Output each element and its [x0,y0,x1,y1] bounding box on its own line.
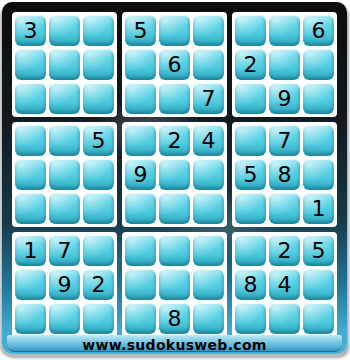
cell-r4c4[interactable] [125,125,156,156]
box-3: 629 [232,12,337,117]
cell-r6c4[interactable] [125,193,156,224]
cell-r7c6[interactable] [193,235,224,266]
cell-r8c2[interactable]: 9 [49,269,80,300]
cell-r2c2[interactable] [49,49,80,80]
cell-r9c7[interactable] [235,303,266,334]
box-1: 3 [12,12,117,117]
cell-r2c6[interactable] [193,49,224,80]
cell-r5c1[interactable] [15,159,46,190]
box-8: 8 [122,232,227,337]
cell-r9c5[interactable]: 8 [159,303,190,334]
cell-r4c2[interactable] [49,125,80,156]
cell-r8c9[interactable] [303,269,334,300]
cell-r1c6[interactable] [193,15,224,46]
cell-r4c1[interactable] [15,125,46,156]
cell-r1c4[interactable]: 5 [125,15,156,46]
cell-r1c7[interactable] [235,15,266,46]
cell-r8c7[interactable]: 8 [235,269,266,300]
cell-r2c7[interactable]: 2 [235,49,266,80]
cell-r9c2[interactable] [49,303,80,334]
cell-r1c1[interactable]: 3 [15,15,46,46]
cell-r3c4[interactable] [125,83,156,114]
cell-r2c5[interactable]: 6 [159,49,190,80]
cell-r7c1[interactable]: 1 [15,235,46,266]
cell-r3c7[interactable] [235,83,266,114]
cell-r2c8[interactable] [269,49,300,80]
cell-r7c9[interactable]: 5 [303,235,334,266]
cell-r7c8[interactable]: 2 [269,235,300,266]
cell-r8c8[interactable]: 4 [269,269,300,300]
box-2: 567 [122,12,227,117]
box-5: 249 [122,122,227,227]
footer-band: www.sudokusweb.com [7,335,342,352]
cell-r2c3[interactable] [83,49,114,80]
cell-r3c6[interactable]: 7 [193,83,224,114]
cell-r8c5[interactable] [159,269,190,300]
page-root: { "game": "sudoku", "grid_size": 9, "pos… [0,0,350,360]
cell-r5c8[interactable]: 8 [269,159,300,190]
cell-r4c9[interactable] [303,125,334,156]
box-6: 7581 [232,122,337,227]
cell-r7c4[interactable] [125,235,156,266]
cell-r7c3[interactable] [83,235,114,266]
site-label: www.sudokusweb.com [82,337,266,353]
cell-r1c3[interactable] [83,15,114,46]
cell-r1c9[interactable]: 6 [303,15,334,46]
cell-r5c4[interactable]: 9 [125,159,156,190]
cell-r9c3[interactable] [83,303,114,334]
cell-r4c8[interactable]: 7 [269,125,300,156]
cell-r7c7[interactable] [235,235,266,266]
cell-r6c7[interactable] [235,193,266,224]
cell-r5c9[interactable] [303,159,334,190]
cell-r3c2[interactable] [49,83,80,114]
cell-r2c9[interactable] [303,49,334,80]
box-9: 2584 [232,232,337,337]
cell-r6c1[interactable] [15,193,46,224]
cell-r5c2[interactable] [49,159,80,190]
cell-r9c6[interactable] [193,303,224,334]
cell-r5c6[interactable] [193,159,224,190]
cell-r6c9[interactable]: 1 [303,193,334,224]
cell-r8c6[interactable] [193,269,224,300]
cell-r5c7[interactable]: 5 [235,159,266,190]
sudoku-board: 356762952497581179282584 [12,12,337,337]
cell-r8c3[interactable]: 2 [83,269,114,300]
cell-r3c9[interactable] [303,83,334,114]
cell-r3c5[interactable] [159,83,190,114]
cell-r2c1[interactable] [15,49,46,80]
cell-r6c2[interactable] [49,193,80,224]
cell-r5c5[interactable] [159,159,190,190]
cell-r4c3[interactable]: 5 [83,125,114,156]
cell-r6c8[interactable] [269,193,300,224]
cell-r4c6[interactable]: 4 [193,125,224,156]
cell-r2c4[interactable] [125,49,156,80]
cell-r8c4[interactable] [125,269,156,300]
box-7: 1792 [12,232,117,337]
cell-r8c1[interactable] [15,269,46,300]
cell-r9c4[interactable] [125,303,156,334]
cell-r3c3[interactable] [83,83,114,114]
cell-r7c5[interactable] [159,235,190,266]
cell-r1c2[interactable] [49,15,80,46]
cell-r3c8[interactable]: 9 [269,83,300,114]
cell-r3c1[interactable] [15,83,46,114]
cell-r5c3[interactable] [83,159,114,190]
cell-r9c9[interactable] [303,303,334,334]
cell-r1c8[interactable] [269,15,300,46]
cell-r4c7[interactable] [235,125,266,156]
cell-r9c1[interactable] [15,303,46,334]
cell-r6c3[interactable] [83,193,114,224]
board-frame: 356762952497581179282584 www.sudokusweb.… [2,2,347,354]
cell-r6c6[interactable] [193,193,224,224]
cell-r1c5[interactable] [159,15,190,46]
cell-r4c5[interactable]: 2 [159,125,190,156]
cell-r6c5[interactable] [159,193,190,224]
cell-r9c8[interactable] [269,303,300,334]
box-4: 5 [12,122,117,227]
cell-r7c2[interactable]: 7 [49,235,80,266]
